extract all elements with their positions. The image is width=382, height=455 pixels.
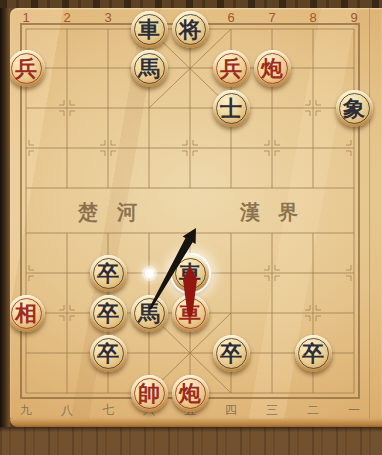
board-bottom-edge	[10, 419, 382, 427]
move-origin-dot	[145, 269, 154, 278]
table-wood-top	[0, 0, 382, 8]
top-file-label-2: 2	[63, 10, 70, 25]
piece-character: 卒	[295, 335, 332, 372]
piece-character: 兵	[8, 50, 45, 87]
piece-character: 馬	[131, 295, 168, 332]
piece-black-chariot[interactable]: 車	[172, 255, 209, 292]
piece-black-soldier[interactable]: 卒	[90, 255, 127, 292]
piece-character: 象	[336, 90, 373, 127]
bottom-file-label-1: 九	[20, 402, 32, 419]
piece-black-soldier[interactable]: 卒	[213, 335, 250, 372]
piece-red-elephant[interactable]: 相	[8, 295, 45, 332]
bottom-file-label-2: 八	[61, 402, 73, 419]
piece-character: 炮	[254, 50, 291, 87]
bottom-file-label-7: 三	[266, 402, 278, 419]
piece-character: 相	[8, 295, 45, 332]
piece-character: 将	[172, 11, 209, 48]
piece-black-soldier[interactable]: 卒	[295, 335, 332, 372]
top-file-label-8: 8	[309, 10, 316, 25]
piece-black-general[interactable]: 将	[172, 11, 209, 48]
table-wood-left	[0, 0, 10, 455]
piece-black-horse[interactable]: 馬	[131, 50, 168, 87]
top-file-label-6: 6	[227, 10, 234, 25]
bottom-file-label-8: 二	[307, 402, 319, 419]
piece-red-cannon[interactable]: 炮	[172, 375, 209, 412]
piece-character: 車	[172, 295, 209, 332]
piece-character: 卒	[90, 255, 127, 292]
top-file-label-9: 9	[350, 10, 357, 25]
bottom-file-label-9: 一	[348, 402, 360, 419]
piece-character: 帥	[131, 375, 168, 412]
piece-character: 卒	[90, 335, 127, 372]
piece-red-general[interactable]: 帥	[131, 375, 168, 412]
river-text: 漢	[240, 199, 260, 226]
table-wood-bottom	[0, 427, 382, 455]
river-text: 楚	[78, 199, 98, 226]
piece-black-advisor[interactable]: 士	[213, 90, 250, 127]
river-text: 河	[117, 199, 137, 226]
piece-red-cannon[interactable]: 炮	[254, 50, 291, 87]
piece-red-soldier[interactable]: 兵	[8, 50, 45, 87]
piece-black-elephant[interactable]: 象	[336, 90, 373, 127]
piece-black-chariot[interactable]: 車	[131, 11, 168, 48]
xiangqi-app: 123456789九八七六五四三二一 楚河漢界 車将兵馬兵炮士象卒車相卒馬車卒卒…	[0, 0, 382, 455]
top-file-label-3: 3	[104, 10, 111, 25]
piece-character: 馬	[131, 50, 168, 87]
piece-black-horse[interactable]: 馬	[131, 295, 168, 332]
piece-character: 卒	[213, 335, 250, 372]
piece-character: 車	[131, 11, 168, 48]
top-file-label-1: 1	[22, 10, 29, 25]
piece-character: 炮	[172, 375, 209, 412]
bottom-file-label-6: 四	[225, 402, 237, 419]
piece-character: 車	[172, 255, 209, 292]
piece-red-soldier[interactable]: 兵	[213, 50, 250, 87]
river-text: 界	[278, 199, 298, 226]
bottom-file-label-3: 七	[102, 402, 114, 419]
piece-character: 卒	[90, 295, 127, 332]
piece-black-soldier[interactable]: 卒	[90, 335, 127, 372]
piece-black-soldier[interactable]: 卒	[90, 295, 127, 332]
top-file-label-7: 7	[268, 10, 275, 25]
piece-red-chariot[interactable]: 車	[172, 295, 209, 332]
piece-character: 兵	[213, 50, 250, 87]
piece-character: 士	[213, 90, 250, 127]
